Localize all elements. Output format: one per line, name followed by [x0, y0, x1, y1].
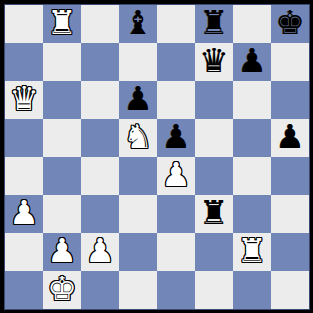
square-b1[interactable]: ♚ [43, 271, 81, 309]
square-b4[interactable] [43, 157, 81, 195]
square-f1[interactable] [195, 271, 233, 309]
square-e7[interactable] [157, 43, 195, 81]
piece-white-rook[interactable]: ♜ [237, 233, 267, 270]
square-e2[interactable] [157, 233, 195, 271]
square-e1[interactable] [157, 271, 195, 309]
square-h8[interactable]: ♚ [271, 5, 309, 43]
square-d6[interactable]: ♟ [119, 81, 157, 119]
square-b6[interactable] [43, 81, 81, 119]
square-c6[interactable] [81, 81, 119, 119]
square-c4[interactable] [81, 157, 119, 195]
square-b8[interactable]: ♜ [43, 5, 81, 43]
square-d3[interactable] [119, 195, 157, 233]
square-b5[interactable] [43, 119, 81, 157]
square-e4[interactable]: ♟ [157, 157, 195, 195]
square-a3[interactable]: ♟ [5, 195, 43, 233]
piece-black-pawn[interactable]: ♟ [123, 81, 153, 118]
piece-white-pawn[interactable]: ♟ [85, 233, 115, 270]
square-d4[interactable] [119, 157, 157, 195]
square-g8[interactable] [233, 5, 271, 43]
piece-black-rook[interactable]: ♜ [199, 195, 229, 232]
piece-black-king[interactable]: ♚ [275, 5, 305, 42]
square-c5[interactable] [81, 119, 119, 157]
square-f3[interactable]: ♜ [195, 195, 233, 233]
square-g7[interactable]: ♟ [233, 43, 271, 81]
square-c7[interactable] [81, 43, 119, 81]
chess-board: ♜♝♜♚♛♟♛♟♞♟♟♟♟♜♟♟♜♚ [5, 5, 309, 309]
square-h2[interactable] [271, 233, 309, 271]
square-b3[interactable] [43, 195, 81, 233]
square-g3[interactable] [233, 195, 271, 233]
square-g2[interactable]: ♜ [233, 233, 271, 271]
piece-white-queen[interactable]: ♛ [9, 81, 39, 118]
square-a2[interactable] [5, 233, 43, 271]
piece-white-pawn[interactable]: ♟ [161, 157, 191, 194]
square-c1[interactable] [81, 271, 119, 309]
piece-black-rook[interactable]: ♜ [199, 5, 229, 42]
piece-black-pawn[interactable]: ♟ [275, 119, 305, 156]
square-d1[interactable] [119, 271, 157, 309]
square-g6[interactable] [233, 81, 271, 119]
square-c2[interactable]: ♟ [81, 233, 119, 271]
square-h3[interactable] [271, 195, 309, 233]
square-b7[interactable] [43, 43, 81, 81]
piece-white-knight[interactable]: ♞ [123, 119, 153, 156]
square-g5[interactable] [233, 119, 271, 157]
piece-white-king[interactable]: ♚ [47, 271, 77, 308]
square-h6[interactable] [271, 81, 309, 119]
square-c8[interactable] [81, 5, 119, 43]
square-f6[interactable] [195, 81, 233, 119]
square-f2[interactable] [195, 233, 233, 271]
square-h5[interactable]: ♟ [271, 119, 309, 157]
piece-white-rook[interactable]: ♜ [47, 5, 77, 42]
square-a8[interactable] [5, 5, 43, 43]
square-f8[interactable]: ♜ [195, 5, 233, 43]
square-a6[interactable]: ♛ [5, 81, 43, 119]
square-d5[interactable]: ♞ [119, 119, 157, 157]
square-h7[interactable] [271, 43, 309, 81]
square-e3[interactable] [157, 195, 195, 233]
square-f7[interactable]: ♛ [195, 43, 233, 81]
square-d8[interactable]: ♝ [119, 5, 157, 43]
piece-black-bishop[interactable]: ♝ [123, 5, 153, 42]
square-a5[interactable] [5, 119, 43, 157]
piece-black-queen[interactable]: ♛ [199, 43, 229, 80]
square-f5[interactable] [195, 119, 233, 157]
board-frame: ♜♝♜♚♛♟♛♟♞♟♟♟♟♜♟♟♜♚ [0, 0, 313, 313]
piece-black-pawn[interactable]: ♟ [237, 43, 267, 80]
square-g1[interactable] [233, 271, 271, 309]
square-a7[interactable] [5, 43, 43, 81]
piece-black-pawn[interactable]: ♟ [161, 119, 191, 156]
square-d2[interactable] [119, 233, 157, 271]
square-g4[interactable] [233, 157, 271, 195]
square-h4[interactable] [271, 157, 309, 195]
square-e5[interactable]: ♟ [157, 119, 195, 157]
square-h1[interactable] [271, 271, 309, 309]
square-b2[interactable]: ♟ [43, 233, 81, 271]
square-e6[interactable] [157, 81, 195, 119]
piece-white-pawn[interactable]: ♟ [9, 195, 39, 232]
piece-white-pawn[interactable]: ♟ [47, 233, 77, 270]
square-d7[interactable] [119, 43, 157, 81]
square-e8[interactable] [157, 5, 195, 43]
square-c3[interactable] [81, 195, 119, 233]
square-a4[interactable] [5, 157, 43, 195]
square-a1[interactable] [5, 271, 43, 309]
square-f4[interactable] [195, 157, 233, 195]
